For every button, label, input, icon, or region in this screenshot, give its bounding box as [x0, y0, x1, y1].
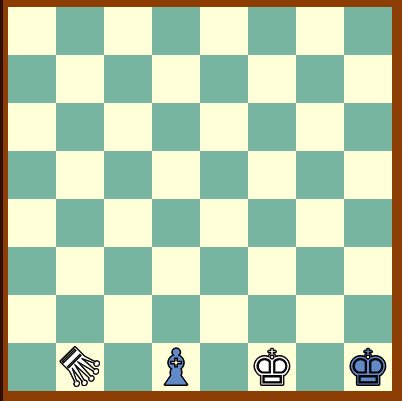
- square-f2[interactable]: [248, 295, 296, 343]
- square-a2[interactable]: [8, 295, 56, 343]
- square-f6[interactable]: [248, 103, 296, 151]
- square-h1[interactable]: ♚: [344, 343, 392, 391]
- square-h7[interactable]: [344, 55, 392, 103]
- square-g6[interactable]: [296, 103, 344, 151]
- square-e4[interactable]: [200, 199, 248, 247]
- square-a7[interactable]: [8, 55, 56, 103]
- square-h2[interactable]: [344, 295, 392, 343]
- square-e6[interactable]: [200, 103, 248, 151]
- square-e5[interactable]: [200, 151, 248, 199]
- square-c2[interactable]: [104, 295, 152, 343]
- board-frame: ♛♝♚♚: [0, 0, 402, 401]
- square-g2[interactable]: [296, 295, 344, 343]
- square-b8[interactable]: [56, 7, 104, 55]
- square-c5[interactable]: [104, 151, 152, 199]
- square-b1[interactable]: ♛: [56, 343, 104, 391]
- square-e8[interactable]: [200, 7, 248, 55]
- square-a5[interactable]: [8, 151, 56, 199]
- square-b7[interactable]: [56, 55, 104, 103]
- square-c1[interactable]: [104, 343, 152, 391]
- square-c6[interactable]: [104, 103, 152, 151]
- blue-bishop[interactable]: ♝: [152, 343, 200, 391]
- square-h6[interactable]: [344, 103, 392, 151]
- square-d6[interactable]: [152, 103, 200, 151]
- square-g7[interactable]: [296, 55, 344, 103]
- square-f1[interactable]: ♚: [248, 343, 296, 391]
- square-g3[interactable]: [296, 247, 344, 295]
- square-d2[interactable]: [152, 295, 200, 343]
- square-g5[interactable]: [296, 151, 344, 199]
- square-b5[interactable]: [56, 151, 104, 199]
- square-d7[interactable]: [152, 55, 200, 103]
- white-king[interactable]: ♚: [248, 343, 296, 391]
- square-c4[interactable]: [104, 199, 152, 247]
- square-d4[interactable]: [152, 199, 200, 247]
- square-c8[interactable]: [104, 7, 152, 55]
- square-a8[interactable]: [8, 7, 56, 55]
- square-f8[interactable]: [248, 7, 296, 55]
- square-d1[interactable]: ♝: [152, 343, 200, 391]
- blue-king[interactable]: ♚: [344, 343, 392, 391]
- square-d8[interactable]: [152, 7, 200, 55]
- chess-board: ♛♝♚♚: [8, 7, 392, 391]
- square-h4[interactable]: [344, 199, 392, 247]
- square-f3[interactable]: [248, 247, 296, 295]
- square-b3[interactable]: [56, 247, 104, 295]
- square-g1[interactable]: [296, 343, 344, 391]
- square-h3[interactable]: [344, 247, 392, 295]
- square-f5[interactable]: [248, 151, 296, 199]
- square-f7[interactable]: [248, 55, 296, 103]
- square-a4[interactable]: [8, 199, 56, 247]
- square-e7[interactable]: [200, 55, 248, 103]
- square-d5[interactable]: [152, 151, 200, 199]
- square-a3[interactable]: [8, 247, 56, 295]
- square-h8[interactable]: [344, 7, 392, 55]
- square-d3[interactable]: [152, 247, 200, 295]
- square-e3[interactable]: [200, 247, 248, 295]
- square-e1[interactable]: [200, 343, 248, 391]
- square-g8[interactable]: [296, 7, 344, 55]
- square-f4[interactable]: [248, 199, 296, 247]
- square-g4[interactable]: [296, 199, 344, 247]
- square-b4[interactable]: [56, 199, 104, 247]
- square-h5[interactable]: [344, 151, 392, 199]
- square-e2[interactable]: [200, 295, 248, 343]
- square-c3[interactable]: [104, 247, 152, 295]
- square-b6[interactable]: [56, 103, 104, 151]
- square-a6[interactable]: [8, 103, 56, 151]
- square-c7[interactable]: [104, 55, 152, 103]
